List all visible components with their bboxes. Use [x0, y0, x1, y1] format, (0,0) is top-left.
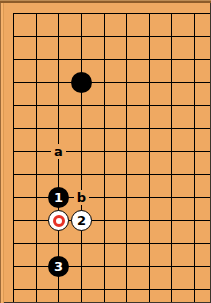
grid-line-vertical-5 — [104, 13, 105, 303]
grid-line-vertical-6 — [126, 13, 127, 303]
grid-line-horizontal-4 — [13, 82, 211, 83]
go-board-diagram: ab123 — [0, 0, 211, 303]
grid-line-vertical-7 — [149, 13, 150, 303]
stone-black-move-3: 3 — [48, 256, 69, 277]
red-circle-marker-icon — [53, 215, 65, 227]
grid-line-horizontal-10 — [13, 220, 211, 221]
stone-white-move-2: 2 — [71, 210, 92, 231]
grid-line-horizontal-12 — [13, 266, 211, 267]
grid-line-horizontal-5 — [13, 105, 211, 106]
point-label-b: b — [74, 190, 89, 205]
diagram-cut-edge-right — [210, 0, 211, 303]
grid-line-horizontal-7 — [13, 151, 211, 152]
grid-line-horizontal-1 — [13, 13, 211, 14]
grid-line-vertical-1 — [13, 13, 14, 303]
marked-white-stone — [48, 210, 69, 231]
grid-line-horizontal-3 — [13, 59, 211, 60]
point-label-a: a — [51, 144, 66, 159]
grid-line-horizontal-11 — [13, 243, 211, 244]
board-edge-left — [0, 0, 4, 303]
grid-line-horizontal-8 — [13, 174, 211, 175]
grid-line-vertical-9 — [194, 13, 195, 303]
grid-line-horizontal-2 — [13, 36, 211, 37]
grid-line-horizontal-9 — [13, 197, 211, 198]
grid-line-horizontal-6 — [13, 128, 211, 129]
stone-black-move-1: 1 — [48, 187, 69, 208]
grid-line-vertical-2 — [36, 13, 37, 303]
grid-line-vertical-8 — [171, 13, 172, 303]
board-edge-top — [0, 0, 211, 3]
grid-line-horizontal-13 — [13, 289, 211, 290]
grid-line-vertical-4 — [81, 13, 82, 303]
stone-black-hoshi — [71, 72, 92, 93]
